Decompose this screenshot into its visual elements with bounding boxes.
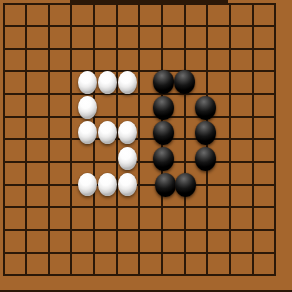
board-cell bbox=[116, 3, 139, 26]
board-cell bbox=[161, 252, 184, 275]
board-cell bbox=[48, 70, 71, 93]
board-cell bbox=[161, 48, 184, 71]
board-cell bbox=[25, 206, 48, 229]
board-cell bbox=[48, 3, 71, 26]
board-cell bbox=[206, 252, 229, 275]
white-stone bbox=[118, 173, 137, 196]
board-cell bbox=[252, 138, 275, 161]
board-cell bbox=[48, 206, 71, 229]
board-cell bbox=[229, 161, 252, 184]
board-cell bbox=[116, 252, 139, 275]
board-cell bbox=[252, 70, 275, 93]
board-cell bbox=[206, 206, 229, 229]
board-cell bbox=[3, 116, 26, 139]
board-cell bbox=[184, 229, 207, 252]
board-cell bbox=[70, 48, 93, 71]
board-cell bbox=[252, 25, 275, 48]
board-cell bbox=[3, 161, 26, 184]
board-cell bbox=[184, 3, 207, 26]
board-cell bbox=[206, 3, 229, 26]
board-cell bbox=[93, 206, 116, 229]
black-stone bbox=[195, 147, 216, 171]
board-cell bbox=[93, 229, 116, 252]
board-cell bbox=[116, 229, 139, 252]
board-cell bbox=[48, 93, 71, 116]
white-stone bbox=[78, 71, 97, 94]
board-cell bbox=[229, 3, 252, 26]
board-cell bbox=[25, 252, 48, 275]
white-stone bbox=[118, 147, 137, 170]
board-cell bbox=[138, 25, 161, 48]
board-cell bbox=[3, 206, 26, 229]
board-cell bbox=[161, 206, 184, 229]
board-cell bbox=[229, 70, 252, 93]
white-stone bbox=[98, 121, 117, 144]
board-cell bbox=[252, 184, 275, 207]
white-stone bbox=[118, 71, 137, 94]
board-cell bbox=[206, 229, 229, 252]
board-cell bbox=[229, 25, 252, 48]
board-cell bbox=[229, 229, 252, 252]
white-stone bbox=[98, 173, 117, 196]
board-cell bbox=[184, 206, 207, 229]
white-stone bbox=[78, 96, 97, 119]
board-cell bbox=[138, 252, 161, 275]
board-cell bbox=[48, 116, 71, 139]
board-cell bbox=[25, 25, 48, 48]
top-edge-line-artifact bbox=[70, 0, 228, 3]
board-cell bbox=[70, 252, 93, 275]
board-cell bbox=[138, 3, 161, 26]
board-cell bbox=[70, 206, 93, 229]
board-cell bbox=[229, 138, 252, 161]
board-cell bbox=[184, 25, 207, 48]
board-cell bbox=[3, 48, 26, 71]
board-cell bbox=[48, 138, 71, 161]
board-cell bbox=[93, 3, 116, 26]
board-cell bbox=[48, 161, 71, 184]
board-cell bbox=[229, 252, 252, 275]
board-cell bbox=[25, 229, 48, 252]
board-cell bbox=[48, 25, 71, 48]
board-cell bbox=[48, 229, 71, 252]
board-cell bbox=[3, 184, 26, 207]
board-cell bbox=[25, 138, 48, 161]
board-cell bbox=[184, 252, 207, 275]
black-stone bbox=[153, 121, 174, 145]
board-cell bbox=[70, 25, 93, 48]
board-cell bbox=[161, 229, 184, 252]
go-board-screenshot bbox=[0, 0, 292, 292]
board-cell bbox=[25, 93, 48, 116]
black-stone bbox=[153, 70, 174, 94]
board-cell bbox=[3, 3, 26, 26]
board-cell bbox=[161, 25, 184, 48]
board-cell bbox=[70, 229, 93, 252]
board-cell bbox=[252, 48, 275, 71]
board-cell bbox=[116, 48, 139, 71]
board-cell bbox=[25, 3, 48, 26]
board-cell bbox=[116, 25, 139, 48]
board-cell bbox=[93, 48, 116, 71]
board-cell bbox=[252, 116, 275, 139]
board-cell bbox=[25, 48, 48, 71]
board-cell bbox=[116, 93, 139, 116]
board-cell bbox=[3, 252, 26, 275]
board-cell bbox=[206, 48, 229, 71]
white-stone bbox=[78, 121, 97, 144]
black-stone bbox=[195, 121, 216, 145]
board-cell bbox=[48, 252, 71, 275]
white-stone bbox=[78, 173, 97, 196]
board-cell bbox=[252, 161, 275, 184]
board-cell bbox=[184, 48, 207, 71]
black-stone bbox=[155, 173, 176, 197]
black-stone bbox=[195, 96, 216, 120]
board-cell bbox=[25, 70, 48, 93]
board-cell bbox=[252, 93, 275, 116]
board-cell bbox=[252, 252, 275, 275]
board-cell bbox=[229, 184, 252, 207]
black-stone bbox=[175, 173, 196, 197]
board-cell bbox=[93, 252, 116, 275]
board-cell bbox=[70, 3, 93, 26]
board-cell bbox=[3, 93, 26, 116]
board-cell bbox=[206, 184, 229, 207]
go-board[interactable] bbox=[3, 3, 277, 277]
board-cell bbox=[116, 206, 139, 229]
board-cell bbox=[25, 161, 48, 184]
black-stone bbox=[153, 96, 174, 120]
black-stone bbox=[174, 70, 195, 94]
board-cell bbox=[25, 116, 48, 139]
black-stone bbox=[153, 147, 174, 171]
board-cell bbox=[138, 229, 161, 252]
board-cell bbox=[229, 48, 252, 71]
board-cell bbox=[93, 93, 116, 116]
board-cell bbox=[206, 70, 229, 93]
board-cell bbox=[161, 3, 184, 26]
board-cell bbox=[138, 206, 161, 229]
board-cell bbox=[48, 184, 71, 207]
board-cell bbox=[229, 206, 252, 229]
board-cell bbox=[3, 70, 26, 93]
white-stone bbox=[98, 71, 117, 94]
board-cell bbox=[252, 206, 275, 229]
board-cell bbox=[48, 48, 71, 71]
board-cell bbox=[229, 116, 252, 139]
board-cell bbox=[25, 184, 48, 207]
board-cell bbox=[3, 138, 26, 161]
board-cell bbox=[206, 25, 229, 48]
board-cell bbox=[3, 25, 26, 48]
white-stone bbox=[118, 121, 137, 144]
board-cell bbox=[138, 48, 161, 71]
board-cell bbox=[93, 25, 116, 48]
board-cell bbox=[252, 3, 275, 26]
board-cell bbox=[3, 229, 26, 252]
board-cell bbox=[229, 93, 252, 116]
board-cell bbox=[252, 229, 275, 252]
